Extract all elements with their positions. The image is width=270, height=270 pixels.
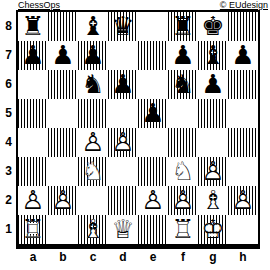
square-g2[interactable]: ♝♗: [198, 186, 228, 215]
square-f5[interactable]: [168, 99, 198, 128]
black-king-icon: ♚: [198, 12, 228, 41]
square-b1[interactable]: [48, 215, 78, 244]
rank-label-8: 8: [2, 12, 15, 41]
white-bishop-icon: ♗: [78, 215, 108, 244]
square-c7[interactable]: ♟: [78, 41, 108, 70]
file-label-d: d: [108, 250, 138, 264]
black-pawn-icon: ♟: [168, 41, 198, 70]
square-g4[interactable]: [198, 128, 228, 157]
square-e5[interactable]: ♟: [138, 99, 168, 128]
square-c4[interactable]: ♟♙: [78, 128, 108, 157]
square-f2[interactable]: ♟♙: [168, 186, 198, 215]
rank-labels: 87654321: [2, 12, 15, 244]
rank-label-2: 2: [2, 186, 15, 215]
square-a1[interactable]: ♜♖: [18, 215, 48, 244]
white-queen-icon: ♕: [108, 215, 138, 244]
file-labels: abcdefgh: [18, 250, 258, 264]
square-b2[interactable]: ♟♙: [48, 186, 78, 215]
square-f6[interactable]: ♞: [168, 70, 198, 99]
square-e4[interactable]: [138, 128, 168, 157]
chess-board: ♜♝♛♜♚♟♟♟♟♝♟♞♟♞♟♟♟♙♟♙♞♘♞♘♟♙♟♙♟♙♟♙♟♙♝♗♟♙♜♖…: [16, 10, 260, 249]
square-a6[interactable]: [18, 70, 48, 99]
file-label-g: g: [198, 250, 228, 264]
square-h8[interactable]: [228, 12, 258, 41]
rank-label-7: 7: [2, 41, 15, 70]
white-pawn-icon: ♙: [138, 186, 168, 215]
square-c5[interactable]: [78, 99, 108, 128]
white-pawn-icon-fill: ♟: [48, 186, 78, 215]
white-pawn-icon: ♙: [48, 186, 78, 215]
black-pawn-icon: ♟: [78, 41, 108, 70]
rank-label-1: 1: [2, 215, 15, 244]
square-a4[interactable]: [18, 128, 48, 157]
square-b7[interactable]: ♟: [48, 41, 78, 70]
square-c2[interactable]: [78, 186, 108, 215]
white-knight-icon: ♘: [78, 157, 108, 186]
square-g5[interactable]: [198, 99, 228, 128]
square-d8[interactable]: ♛: [108, 12, 138, 41]
square-c3[interactable]: ♞♘: [78, 157, 108, 186]
white-rook-icon: ♖: [18, 215, 48, 244]
black-rook-icon: ♜: [168, 12, 198, 41]
square-h3[interactable]: [228, 157, 258, 186]
square-a8[interactable]: ♜: [18, 12, 48, 41]
square-d1[interactable]: ♛♕: [108, 215, 138, 244]
white-pawn-icon-fill: ♟: [228, 186, 258, 215]
white-rook-icon-fill: ♜: [18, 215, 48, 244]
white-pawn-icon: ♙: [108, 128, 138, 157]
black-pawn-icon: ♟: [18, 41, 48, 70]
square-f7[interactable]: ♟: [168, 41, 198, 70]
black-pawn-icon: ♟: [228, 41, 258, 70]
black-knight-icon: ♞: [78, 70, 108, 99]
square-d4[interactable]: ♟♙: [108, 128, 138, 157]
white-pawn-icon: ♙: [198, 157, 228, 186]
square-d2[interactable]: [108, 186, 138, 215]
square-c8[interactable]: ♝: [78, 12, 108, 41]
white-bishop-icon-fill: ♝: [198, 186, 228, 215]
square-h6[interactable]: [228, 70, 258, 99]
rank-label-5: 5: [2, 99, 15, 128]
black-pawn-icon: ♟: [198, 70, 228, 99]
white-pawn-icon-fill: ♟: [78, 128, 108, 157]
file-label-h: h: [228, 250, 258, 264]
black-pawn-icon: ♟: [48, 41, 78, 70]
square-a3[interactable]: [18, 157, 48, 186]
square-b6[interactable]: [48, 70, 78, 99]
square-d6[interactable]: ♟: [108, 70, 138, 99]
square-f1[interactable]: ♜♖: [168, 215, 198, 244]
square-b4[interactable]: [48, 128, 78, 157]
white-pawn-icon: ♙: [168, 186, 198, 215]
white-bishop-icon: ♗: [198, 186, 228, 215]
white-knight-icon-fill: ♞: [78, 157, 108, 186]
square-h7[interactable]: ♟: [228, 41, 258, 70]
black-rook-icon: ♜: [18, 12, 48, 41]
black-pawn-icon: ♟: [108, 70, 138, 99]
square-g7[interactable]: ♝: [198, 41, 228, 70]
square-b5[interactable]: [48, 99, 78, 128]
square-e6[interactable]: [138, 70, 168, 99]
white-queen-icon-fill: ♛: [108, 215, 138, 244]
file-label-f: f: [168, 250, 198, 264]
square-h4[interactable]: [228, 128, 258, 157]
black-bishop-icon: ♝: [198, 41, 228, 70]
white-pawn-icon-fill: ♟: [108, 128, 138, 157]
rank-label-6: 6: [2, 70, 15, 99]
square-f3[interactable]: ♞♘: [168, 157, 198, 186]
rank-label-4: 4: [2, 128, 15, 157]
white-pawn-icon-fill: ♟: [18, 186, 48, 215]
square-h1[interactable]: [228, 215, 258, 244]
square-b8[interactable]: [48, 12, 78, 41]
square-e3[interactable]: [138, 157, 168, 186]
black-pawn-icon: ♟: [138, 99, 168, 128]
square-b3[interactable]: [48, 157, 78, 186]
square-g3[interactable]: ♟♙: [198, 157, 228, 186]
square-g8[interactable]: ♚: [198, 12, 228, 41]
white-bishop-icon-fill: ♝: [78, 215, 108, 244]
square-f4[interactable]: [168, 128, 198, 157]
square-e2[interactable]: ♟♙: [138, 186, 168, 215]
square-f8[interactable]: ♜: [168, 12, 198, 41]
square-a2[interactable]: ♟♙: [18, 186, 48, 215]
square-a5[interactable]: [18, 99, 48, 128]
square-d5[interactable]: [108, 99, 138, 128]
square-e7[interactable]: [138, 41, 168, 70]
black-knight-icon: ♞: [168, 70, 198, 99]
square-h2[interactable]: ♟♙: [228, 186, 258, 215]
white-pawn-icon: ♙: [228, 186, 258, 215]
file-label-b: b: [48, 250, 78, 264]
square-e1[interactable]: [138, 215, 168, 244]
square-g1[interactable]: ♚♔: [198, 215, 228, 244]
file-label-a: a: [18, 250, 48, 264]
white-king-icon-fill: ♚: [198, 215, 228, 244]
file-label-c: c: [78, 250, 108, 264]
square-e8[interactable]: [138, 12, 168, 41]
white-pawn-icon-fill: ♟: [198, 157, 228, 186]
black-bishop-icon: ♝: [78, 12, 108, 41]
white-rook-icon: ♖: [168, 215, 198, 244]
rank-label-3: 3: [2, 157, 15, 186]
white-pawn-icon-fill: ♟: [168, 186, 198, 215]
square-g6[interactable]: ♟: [198, 70, 228, 99]
white-knight-icon-fill: ♞: [168, 157, 198, 186]
square-c6[interactable]: ♞: [78, 70, 108, 99]
black-queen-icon: ♛: [108, 12, 138, 41]
white-rook-icon-fill: ♜: [168, 215, 198, 244]
file-label-e: e: [138, 250, 168, 264]
white-king-icon: ♔: [198, 215, 228, 244]
square-c1[interactable]: ♝♗: [78, 215, 108, 244]
white-pawn-icon: ♙: [78, 128, 108, 157]
square-d3[interactable]: [108, 157, 138, 186]
square-h5[interactable]: [228, 99, 258, 128]
white-pawn-icon-fill: ♟: [138, 186, 168, 215]
square-a7[interactable]: ♟: [18, 41, 48, 70]
square-d7[interactable]: [108, 41, 138, 70]
white-knight-icon: ♘: [168, 157, 198, 186]
white-pawn-icon: ♙: [18, 186, 48, 215]
